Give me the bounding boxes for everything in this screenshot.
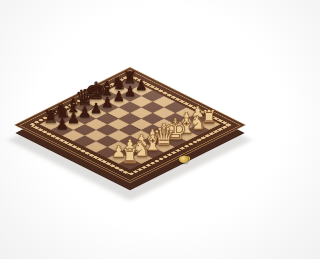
chess-set-photo: ♜♞♝♛♚♝♞♜♟♟♟♟♟♟♟♟♟♟♟♟♟♟♟♟♜♞♝♛♚♝♞♜: [0, 0, 259, 259]
brass-clasp-icon: [179, 156, 189, 163]
chess-board: [14, 67, 246, 183]
